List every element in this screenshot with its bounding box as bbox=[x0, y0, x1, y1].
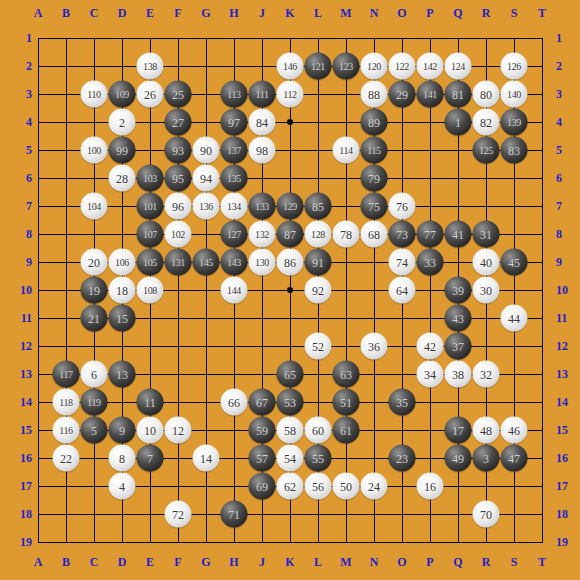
stone-move-number: 6 bbox=[91, 368, 97, 380]
stone-move-number: 121 bbox=[311, 61, 325, 71]
stone-move-number: 40 bbox=[480, 256, 492, 268]
stone-white[interactable]: 120 bbox=[361, 53, 388, 80]
stone-white[interactable]: 66 bbox=[221, 389, 248, 416]
stone-move-number: 10 bbox=[144, 424, 156, 436]
grid-line-vertical bbox=[542, 38, 543, 543]
stone-move-number: 47 bbox=[508, 452, 520, 464]
row-label-right: 12 bbox=[556, 339, 580, 353]
stone-black[interactable]: 125 bbox=[473, 137, 500, 164]
stone-move-number: 54 bbox=[284, 452, 296, 464]
row-label-right: 3 bbox=[556, 87, 580, 101]
stone-black[interactable]: 123 bbox=[333, 53, 360, 80]
stone-move-number: 66 bbox=[228, 396, 240, 408]
col-label-top: M bbox=[340, 6, 351, 20]
row-label-left: 4 bbox=[8, 115, 32, 129]
stone-black[interactable]: 115 bbox=[361, 137, 388, 164]
stone-white[interactable]: 14 bbox=[193, 445, 220, 472]
star-point bbox=[287, 287, 293, 293]
stone-move-number: 110 bbox=[87, 89, 100, 99]
col-label-top: Q bbox=[453, 6, 462, 20]
stone-move-number: 107 bbox=[143, 229, 157, 239]
stone-move-number: 13 bbox=[116, 368, 128, 380]
row-label-left: 13 bbox=[8, 367, 32, 381]
row-label-left: 3 bbox=[8, 87, 32, 101]
stone-white[interactable]: 52 bbox=[305, 333, 332, 360]
stone-black[interactable]: 137 bbox=[221, 137, 248, 164]
stone-black[interactable]: 21 bbox=[81, 305, 108, 332]
stone-black[interactable]: 25 bbox=[165, 81, 192, 108]
stone-move-number: 115 bbox=[367, 145, 380, 155]
stone-white[interactable]: 42 bbox=[417, 333, 444, 360]
stone-move-number: 77 bbox=[424, 228, 436, 240]
row-label-left: 15 bbox=[8, 423, 32, 437]
stone-move-number: 30 bbox=[480, 284, 492, 296]
stone-white[interactable]: 86 bbox=[277, 249, 304, 276]
stone-move-number: 7 bbox=[147, 452, 153, 464]
stone-move-number: 20 bbox=[88, 256, 100, 268]
col-label-bottom: O bbox=[397, 555, 406, 569]
stone-move-number: 90 bbox=[200, 144, 212, 156]
stone-move-number: 34 bbox=[424, 368, 436, 380]
col-label-bottom: B bbox=[62, 555, 70, 569]
stone-black[interactable]: 129 bbox=[277, 193, 304, 220]
stone-white[interactable]: 16 bbox=[417, 473, 444, 500]
stone-white[interactable]: 88 bbox=[361, 81, 388, 108]
stone-white[interactable]: 46 bbox=[501, 417, 528, 444]
stone-black[interactable]: 67 bbox=[249, 389, 276, 416]
col-label-top: N bbox=[370, 6, 379, 20]
stone-black[interactable]: 113 bbox=[221, 81, 248, 108]
stone-move-number: 14 bbox=[200, 452, 212, 464]
stone-black[interactable]: 59 bbox=[249, 417, 276, 444]
stone-black[interactable]: 73 bbox=[389, 221, 416, 248]
stone-white[interactable]: 116 bbox=[53, 417, 80, 444]
stone-move-number: 96 bbox=[172, 200, 184, 212]
stone-white[interactable]: 94 bbox=[193, 165, 220, 192]
stone-move-number: 141 bbox=[423, 89, 437, 99]
stone-white[interactable]: 32 bbox=[473, 361, 500, 388]
stone-move-number: 25 bbox=[172, 88, 184, 100]
stone-black[interactable]: 121 bbox=[305, 53, 332, 80]
stone-black[interactable]: 127 bbox=[221, 221, 248, 248]
stone-black[interactable]: 93 bbox=[165, 137, 192, 164]
stone-move-number: 126 bbox=[507, 61, 521, 71]
row-label-left: 11 bbox=[8, 311, 32, 325]
row-label-right: 19 bbox=[556, 535, 580, 549]
stone-white[interactable]: 74 bbox=[389, 249, 416, 276]
stone-black[interactable]: 39 bbox=[445, 277, 472, 304]
col-label-bottom: K bbox=[285, 555, 294, 569]
stone-black[interactable]: 81 bbox=[445, 81, 472, 108]
stone-move-number: 39 bbox=[452, 284, 464, 296]
stone-move-number: 22 bbox=[60, 452, 72, 464]
stone-white[interactable]: 6 bbox=[81, 361, 108, 388]
row-label-right: 16 bbox=[556, 451, 580, 465]
stone-white[interactable]: 124 bbox=[445, 53, 472, 80]
stone-white[interactable]: 140 bbox=[501, 81, 528, 108]
stone-move-number: 38 bbox=[452, 368, 464, 380]
stone-move-number: 12 bbox=[172, 424, 184, 436]
row-label-right: 14 bbox=[556, 395, 580, 409]
stone-black[interactable]: 101 bbox=[137, 193, 164, 220]
stone-black[interactable]: 65 bbox=[277, 361, 304, 388]
col-label-bottom: M bbox=[340, 555, 351, 569]
stone-white[interactable]: 104 bbox=[81, 193, 108, 220]
stone-black[interactable]: 105 bbox=[137, 249, 164, 276]
stone-white[interactable]: 90 bbox=[193, 137, 220, 164]
stone-white[interactable]: 12 bbox=[165, 417, 192, 444]
stone-black[interactable]: 107 bbox=[137, 221, 164, 248]
stone-black[interactable]: 83 bbox=[501, 137, 528, 164]
stone-move-number: 67 bbox=[256, 396, 268, 408]
stone-black[interactable]: 117 bbox=[53, 361, 80, 388]
stone-black[interactable]: 119 bbox=[81, 389, 108, 416]
stone-white[interactable]: 34 bbox=[417, 361, 444, 388]
go-board[interactable]: AABBCCDDEEFFGGHHJJKKLLMMNNOOPPQQRRSSTT11… bbox=[0, 0, 580, 580]
stone-white[interactable]: 122 bbox=[389, 53, 416, 80]
stone-move-number: 101 bbox=[143, 201, 157, 211]
stone-move-number: 136 bbox=[199, 201, 213, 211]
stone-move-number: 3 bbox=[483, 452, 489, 464]
stone-black[interactable]: 103 bbox=[137, 165, 164, 192]
stone-move-number: 45 bbox=[508, 256, 520, 268]
stone-white[interactable]: 56 bbox=[305, 473, 332, 500]
stone-white[interactable]: 44 bbox=[501, 305, 528, 332]
row-label-right: 13 bbox=[556, 367, 580, 381]
stone-black[interactable]: 79 bbox=[361, 165, 388, 192]
stone-black[interactable]: 37 bbox=[445, 333, 472, 360]
stone-black[interactable]: 55 bbox=[305, 445, 332, 472]
stone-move-number: 103 bbox=[143, 173, 157, 183]
stone-white[interactable]: 26 bbox=[137, 81, 164, 108]
stone-white[interactable]: 10 bbox=[137, 417, 164, 444]
stone-black[interactable]: 27 bbox=[165, 109, 192, 136]
stone-white[interactable]: 62 bbox=[277, 473, 304, 500]
row-label-left: 9 bbox=[8, 255, 32, 269]
stone-move-number: 27 bbox=[172, 116, 184, 128]
col-label-top: B bbox=[62, 6, 70, 20]
stone-black[interactable]: 89 bbox=[361, 109, 388, 136]
stone-white[interactable]: 22 bbox=[53, 445, 80, 472]
stone-white[interactable]: 132 bbox=[249, 221, 276, 248]
stone-move-number: 73 bbox=[396, 228, 408, 240]
stone-move-number: 35 bbox=[396, 396, 408, 408]
star-point bbox=[287, 119, 293, 125]
row-label-left: 8 bbox=[8, 227, 32, 241]
col-label-top: F bbox=[174, 6, 181, 20]
stone-black[interactable]: 57 bbox=[249, 445, 276, 472]
stone-black[interactable]: 99 bbox=[109, 137, 136, 164]
col-label-top: T bbox=[538, 6, 546, 20]
row-label-right: 1 bbox=[556, 31, 580, 45]
stone-move-number: 92 bbox=[312, 284, 324, 296]
stone-move-number: 135 bbox=[227, 173, 241, 183]
stone-black[interactable]: 9 bbox=[109, 417, 136, 444]
stone-black[interactable]: 15 bbox=[109, 305, 136, 332]
stone-move-number: 124 bbox=[451, 61, 465, 71]
stone-black[interactable]: 19 bbox=[81, 277, 108, 304]
stone-white[interactable]: 64 bbox=[389, 277, 416, 304]
row-label-right: 2 bbox=[556, 59, 580, 73]
col-label-top: S bbox=[511, 6, 518, 20]
stone-white[interactable]: 128 bbox=[305, 221, 332, 248]
stone-move-number: 44 bbox=[508, 312, 520, 324]
stone-white[interactable]: 30 bbox=[473, 277, 500, 304]
stone-black[interactable]: 53 bbox=[277, 389, 304, 416]
stone-white[interactable]: 60 bbox=[305, 417, 332, 444]
stone-move-number: 19 bbox=[88, 284, 100, 296]
stone-move-number: 65 bbox=[284, 368, 296, 380]
col-label-top: D bbox=[118, 6, 127, 20]
stone-black[interactable]: 145 bbox=[193, 249, 220, 276]
stone-white[interactable]: 108 bbox=[137, 277, 164, 304]
stone-white[interactable]: 82 bbox=[473, 109, 500, 136]
stone-move-number: 143 bbox=[227, 257, 241, 267]
stone-move-number: 118 bbox=[59, 397, 72, 407]
stone-black[interactable]: 35 bbox=[389, 389, 416, 416]
col-label-bottom: F bbox=[174, 555, 181, 569]
stone-move-number: 48 bbox=[480, 424, 492, 436]
stone-white[interactable]: 68 bbox=[361, 221, 388, 248]
stone-black[interactable]: 141 bbox=[417, 81, 444, 108]
stone-white[interactable]: 136 bbox=[193, 193, 220, 220]
stone-move-number: 112 bbox=[283, 89, 296, 99]
row-label-right: 8 bbox=[556, 227, 580, 241]
stone-move-number: 17 bbox=[452, 424, 464, 436]
stone-white[interactable]: 144 bbox=[221, 277, 248, 304]
stone-black[interactable]: 13 bbox=[109, 361, 136, 388]
stone-black[interactable]: 139 bbox=[501, 109, 528, 136]
stone-white[interactable]: 70 bbox=[473, 501, 500, 528]
stone-white[interactable]: 38 bbox=[445, 361, 472, 388]
stone-white[interactable]: 102 bbox=[165, 221, 192, 248]
stone-white[interactable]: 110 bbox=[81, 81, 108, 108]
col-label-bottom: D bbox=[118, 555, 127, 569]
stone-white[interactable]: 48 bbox=[473, 417, 500, 444]
stone-move-number: 125 bbox=[479, 145, 493, 155]
col-label-top: E bbox=[146, 6, 154, 20]
stone-move-number: 9 bbox=[119, 424, 125, 436]
stone-white[interactable]: 78 bbox=[333, 221, 360, 248]
stone-white[interactable]: 126 bbox=[501, 53, 528, 80]
stone-move-number: 106 bbox=[115, 257, 129, 267]
stone-black[interactable]: 33 bbox=[417, 249, 444, 276]
stone-move-number: 82 bbox=[480, 116, 492, 128]
stone-white[interactable]: 142 bbox=[417, 53, 444, 80]
stone-move-number: 11 bbox=[144, 396, 156, 408]
stone-black[interactable]: 5 bbox=[81, 417, 108, 444]
stone-move-number: 57 bbox=[256, 452, 268, 464]
col-label-bottom: E bbox=[146, 555, 154, 569]
stone-move-number: 89 bbox=[368, 116, 380, 128]
row-label-left: 18 bbox=[8, 507, 32, 521]
row-label-left: 5 bbox=[8, 143, 32, 157]
stone-black[interactable]: 7 bbox=[137, 445, 164, 472]
stone-move-number: 62 bbox=[284, 480, 296, 492]
row-label-left: 10 bbox=[8, 283, 32, 297]
stone-white[interactable]: 18 bbox=[109, 277, 136, 304]
stone-white[interactable]: 72 bbox=[165, 501, 192, 528]
stone-move-number: 32 bbox=[480, 368, 492, 380]
stone-white[interactable]: 112 bbox=[277, 81, 304, 108]
stone-white[interactable]: 80 bbox=[473, 81, 500, 108]
stone-black[interactable]: 133 bbox=[249, 193, 276, 220]
stone-black[interactable]: 97 bbox=[221, 109, 248, 136]
stone-move-number: 50 bbox=[340, 480, 352, 492]
stone-white[interactable]: 118 bbox=[53, 389, 80, 416]
row-label-right: 7 bbox=[556, 199, 580, 213]
col-label-bottom: T bbox=[538, 555, 546, 569]
row-label-right: 6 bbox=[556, 171, 580, 185]
col-label-bottom: P bbox=[426, 555, 433, 569]
stone-move-number: 133 bbox=[255, 201, 269, 211]
stone-black[interactable]: 3 bbox=[473, 445, 500, 472]
stone-move-number: 75 bbox=[368, 200, 380, 212]
stone-move-number: 59 bbox=[256, 424, 268, 436]
stone-move-number: 95 bbox=[172, 172, 184, 184]
stone-white[interactable]: 20 bbox=[81, 249, 108, 276]
stone-move-number: 114 bbox=[339, 145, 352, 155]
stone-move-number: 15 bbox=[116, 312, 128, 324]
stone-move-number: 102 bbox=[171, 229, 185, 239]
stone-white[interactable]: 4 bbox=[109, 473, 136, 500]
stone-black[interactable]: 91 bbox=[305, 249, 332, 276]
stone-move-number: 79 bbox=[368, 172, 380, 184]
stone-move-number: 8 bbox=[119, 452, 125, 464]
stone-black[interactable]: 69 bbox=[249, 473, 276, 500]
stone-move-number: 119 bbox=[87, 397, 100, 407]
stone-white[interactable]: 146 bbox=[277, 53, 304, 80]
stone-black[interactable]: 51 bbox=[333, 389, 360, 416]
stone-move-number: 108 bbox=[143, 285, 157, 295]
stone-white[interactable]: 50 bbox=[333, 473, 360, 500]
col-label-top: C bbox=[90, 6, 99, 20]
stone-move-number: 2 bbox=[119, 116, 125, 128]
stone-white[interactable]: 40 bbox=[473, 249, 500, 276]
stone-white[interactable]: 24 bbox=[361, 473, 388, 500]
stone-move-number: 58 bbox=[284, 424, 296, 436]
stone-black[interactable]: 131 bbox=[165, 249, 192, 276]
stone-black[interactable]: 109 bbox=[109, 81, 136, 108]
col-label-bottom: C bbox=[90, 555, 99, 569]
stone-move-number: 117 bbox=[59, 369, 72, 379]
stone-white[interactable]: 58 bbox=[277, 417, 304, 444]
stone-black[interactable]: 75 bbox=[361, 193, 388, 220]
col-label-bottom: Q bbox=[453, 555, 462, 569]
stone-move-number: 81 bbox=[452, 88, 464, 100]
stone-black[interactable]: 45 bbox=[501, 249, 528, 276]
stone-move-number: 78 bbox=[340, 228, 352, 240]
stone-white[interactable]: 84 bbox=[249, 109, 276, 136]
col-label-top: G bbox=[201, 6, 210, 20]
stone-move-number: 56 bbox=[312, 480, 324, 492]
col-label-bottom: S bbox=[511, 555, 518, 569]
stone-white[interactable]: 134 bbox=[221, 193, 248, 220]
stone-white[interactable]: 76 bbox=[389, 193, 416, 220]
stone-white[interactable]: 36 bbox=[361, 333, 388, 360]
stone-black[interactable]: 87 bbox=[277, 221, 304, 248]
col-label-top: L bbox=[314, 6, 322, 20]
stone-move-number: 5 bbox=[91, 424, 97, 436]
stone-black[interactable]: 143 bbox=[221, 249, 248, 276]
stone-black[interactable]: 61 bbox=[333, 417, 360, 444]
stone-black[interactable]: 135 bbox=[221, 165, 248, 192]
stone-move-number: 122 bbox=[395, 61, 409, 71]
stone-black[interactable]: 23 bbox=[389, 445, 416, 472]
stone-black[interactable]: 63 bbox=[333, 361, 360, 388]
stone-black[interactable]: 49 bbox=[445, 445, 472, 472]
stone-black[interactable]: 111 bbox=[249, 81, 276, 108]
stone-move-number: 140 bbox=[507, 89, 521, 99]
stone-move-number: 42 bbox=[424, 340, 436, 352]
row-label-left: 7 bbox=[8, 199, 32, 213]
col-label-bottom: J bbox=[259, 555, 265, 569]
stone-white[interactable]: 96 bbox=[165, 193, 192, 220]
row-label-right: 10 bbox=[556, 283, 580, 297]
stone-move-number: 138 bbox=[143, 61, 157, 71]
stone-white[interactable]: 98 bbox=[249, 137, 276, 164]
row-label-right: 5 bbox=[556, 143, 580, 157]
stone-black[interactable]: 11 bbox=[137, 389, 164, 416]
stone-move-number: 49 bbox=[452, 452, 464, 464]
stone-move-number: 43 bbox=[452, 312, 464, 324]
stone-move-number: 63 bbox=[340, 368, 352, 380]
stone-move-number: 113 bbox=[227, 89, 240, 99]
grid-line-horizontal bbox=[38, 514, 543, 515]
stone-black[interactable]: 47 bbox=[501, 445, 528, 472]
stone-black[interactable]: 85 bbox=[305, 193, 332, 220]
stone-move-number: 94 bbox=[200, 172, 212, 184]
col-label-bottom: L bbox=[314, 555, 322, 569]
stone-move-number: 4 bbox=[119, 480, 125, 492]
stone-white[interactable]: 54 bbox=[277, 445, 304, 472]
stone-black[interactable]: 31 bbox=[473, 221, 500, 248]
stone-black[interactable]: 1 bbox=[445, 109, 472, 136]
stone-move-number: 24 bbox=[368, 480, 380, 492]
stone-black[interactable]: 41 bbox=[445, 221, 472, 248]
stone-black[interactable]: 29 bbox=[389, 81, 416, 108]
stone-move-number: 26 bbox=[144, 88, 156, 100]
stone-white[interactable]: 92 bbox=[305, 277, 332, 304]
stone-white[interactable]: 28 bbox=[109, 165, 136, 192]
stone-black[interactable]: 77 bbox=[417, 221, 444, 248]
row-label-left: 17 bbox=[8, 479, 32, 493]
stone-white[interactable]: 138 bbox=[137, 53, 164, 80]
stone-white[interactable]: 114 bbox=[333, 137, 360, 164]
col-label-top: K bbox=[285, 6, 294, 20]
stone-move-number: 16 bbox=[424, 480, 436, 492]
stone-black[interactable]: 71 bbox=[221, 501, 248, 528]
stone-black[interactable]: 43 bbox=[445, 305, 472, 332]
stone-move-number: 37 bbox=[452, 340, 464, 352]
row-label-right: 18 bbox=[556, 507, 580, 521]
stone-white[interactable]: 2 bbox=[109, 109, 136, 136]
stone-move-number: 87 bbox=[284, 228, 296, 240]
stone-move-number: 41 bbox=[452, 228, 464, 240]
stone-move-number: 18 bbox=[116, 284, 128, 296]
col-label-bottom: H bbox=[229, 555, 238, 569]
stone-white[interactable]: 8 bbox=[109, 445, 136, 472]
stone-move-number: 74 bbox=[396, 256, 408, 268]
stone-black[interactable]: 17 bbox=[445, 417, 472, 444]
stone-black[interactable]: 95 bbox=[165, 165, 192, 192]
stone-move-number: 29 bbox=[396, 88, 408, 100]
stone-move-number: 144 bbox=[227, 285, 241, 295]
stone-white[interactable]: 106 bbox=[109, 249, 136, 276]
row-label-right: 4 bbox=[556, 115, 580, 129]
stone-white[interactable]: 130 bbox=[249, 249, 276, 276]
stone-white[interactable]: 100 bbox=[81, 137, 108, 164]
